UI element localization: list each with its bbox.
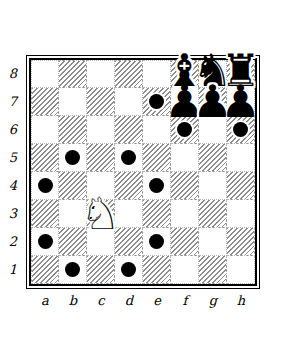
move-marker-dot-d5 xyxy=(121,150,136,165)
square-h5[interactable] xyxy=(227,144,255,172)
square-f6[interactable] xyxy=(171,116,199,144)
square-b5[interactable] xyxy=(59,144,87,172)
square-f2[interactable] xyxy=(171,228,199,256)
chess-diagram-page: 87654321 ♝♞♜♟♟♟♞♘ abcdefgh xyxy=(0,0,290,350)
board-border: ♝♞♜♟♟♟♞♘ xyxy=(26,55,260,289)
file-label-e: e xyxy=(143,293,171,308)
square-c1[interactable] xyxy=(87,256,115,284)
black-knight-g8[interactable]: ♞ xyxy=(199,57,226,83)
square-f4[interactable] xyxy=(171,172,199,200)
rank-label-6: 6 xyxy=(4,116,22,144)
move-marker-dot-a2 xyxy=(38,234,53,249)
move-marker-dot-b5 xyxy=(65,150,80,165)
file-label-h: h xyxy=(227,293,255,308)
square-d7[interactable] xyxy=(115,88,143,116)
square-d6[interactable] xyxy=(115,116,143,144)
square-a3[interactable] xyxy=(31,200,59,228)
chess-board: ♝♞♜♟♟♟♞♘ xyxy=(31,60,255,284)
square-c5[interactable] xyxy=(87,144,115,172)
square-c3[interactable]: ♞♘ xyxy=(87,200,115,228)
square-f3[interactable] xyxy=(171,200,199,228)
square-e4[interactable] xyxy=(143,172,171,200)
file-label-a: a xyxy=(31,293,59,308)
black-pawn-g7[interactable]: ♟ xyxy=(199,88,226,115)
black-bishop-f8[interactable]: ♝ xyxy=(171,57,198,83)
file-label-f: f xyxy=(171,293,199,308)
square-h8[interactable]: ♜ xyxy=(227,60,255,88)
square-a4[interactable] xyxy=(31,172,59,200)
square-g8[interactable]: ♞ xyxy=(199,60,227,88)
square-g5[interactable] xyxy=(199,144,227,172)
square-d3[interactable] xyxy=(115,200,143,228)
rank-label-5: 5 xyxy=(4,144,22,172)
rank-label-3: 3 xyxy=(4,200,22,228)
square-b6[interactable] xyxy=(59,116,87,144)
square-f8[interactable]: ♝ xyxy=(171,60,199,88)
move-marker-dot-e2 xyxy=(149,234,164,249)
square-g3[interactable] xyxy=(199,200,227,228)
square-h6[interactable] xyxy=(227,116,255,144)
square-g6[interactable] xyxy=(199,116,227,144)
move-marker-dot-e7 xyxy=(149,94,164,109)
square-e7[interactable] xyxy=(143,88,171,116)
square-a6[interactable] xyxy=(31,116,59,144)
square-b3[interactable] xyxy=(59,200,87,228)
move-marker-dot-h6 xyxy=(233,122,248,137)
move-marker-dot-a4 xyxy=(38,178,53,193)
rank-label-8: 8 xyxy=(4,60,22,88)
chess-diagram: 87654321 ♝♞♜♟♟♟♞♘ abcdefgh xyxy=(26,55,260,289)
square-d8[interactable] xyxy=(115,60,143,88)
file-labels: abcdefgh xyxy=(31,293,255,308)
square-b7[interactable] xyxy=(59,88,87,116)
square-c8[interactable] xyxy=(87,60,115,88)
square-h1[interactable] xyxy=(227,256,255,284)
square-h2[interactable] xyxy=(227,228,255,256)
file-label-b: b xyxy=(59,293,87,308)
square-e5[interactable] xyxy=(143,144,171,172)
file-label-d: d xyxy=(115,293,143,308)
square-h7[interactable]: ♟ xyxy=(227,88,255,116)
square-g1[interactable] xyxy=(199,256,227,284)
move-marker-dot-d1 xyxy=(121,262,136,277)
square-a2[interactable] xyxy=(31,228,59,256)
square-b1[interactable] xyxy=(59,256,87,284)
square-g2[interactable] xyxy=(199,228,227,256)
square-c7[interactable] xyxy=(87,88,115,116)
square-c2[interactable] xyxy=(87,228,115,256)
square-b8[interactable] xyxy=(59,60,87,88)
square-e8[interactable] xyxy=(143,60,171,88)
square-g7[interactable]: ♟ xyxy=(199,88,227,116)
square-c6[interactable] xyxy=(87,116,115,144)
square-b2[interactable] xyxy=(59,228,87,256)
move-marker-dot-b1 xyxy=(65,262,80,277)
move-marker-dot-e4 xyxy=(149,178,164,193)
rank-label-4: 4 xyxy=(4,172,22,200)
rank-label-2: 2 xyxy=(4,228,22,256)
square-a1[interactable] xyxy=(31,256,59,284)
square-f1[interactable] xyxy=(171,256,199,284)
black-pawn-h7[interactable]: ♟ xyxy=(227,88,254,115)
move-marker-dot-f6 xyxy=(177,122,192,137)
square-a5[interactable] xyxy=(31,144,59,172)
square-e3[interactable] xyxy=(143,200,171,228)
square-d4[interactable] xyxy=(115,172,143,200)
square-h3[interactable] xyxy=(227,200,255,228)
board-inner-border: ♝♞♜♟♟♟♞♘ xyxy=(29,58,257,286)
white-knight-fill: ♞ xyxy=(87,200,114,227)
file-label-c: c xyxy=(87,293,115,308)
square-f5[interactable] xyxy=(171,144,199,172)
rank-label-7: 7 xyxy=(4,88,22,116)
rank-label-1: 1 xyxy=(4,256,22,284)
square-d2[interactable] xyxy=(115,228,143,256)
square-a7[interactable] xyxy=(31,88,59,116)
square-g4[interactable] xyxy=(199,172,227,200)
square-e2[interactable] xyxy=(143,228,171,256)
square-h4[interactable] xyxy=(227,172,255,200)
square-f7[interactable]: ♟ xyxy=(171,88,199,116)
black-pawn-f7[interactable]: ♟ xyxy=(171,88,198,115)
square-b4[interactable] xyxy=(59,172,87,200)
square-a8[interactable] xyxy=(31,60,59,88)
square-d5[interactable] xyxy=(115,144,143,172)
square-c4[interactable] xyxy=(87,172,115,200)
square-e6[interactable] xyxy=(143,116,171,144)
square-d1[interactable] xyxy=(115,256,143,284)
square-e1[interactable] xyxy=(143,256,171,284)
white-knight-c3[interactable]: ♘ xyxy=(87,200,114,227)
black-rook-h8[interactable]: ♜ xyxy=(227,57,254,83)
file-label-g: g xyxy=(199,293,227,308)
